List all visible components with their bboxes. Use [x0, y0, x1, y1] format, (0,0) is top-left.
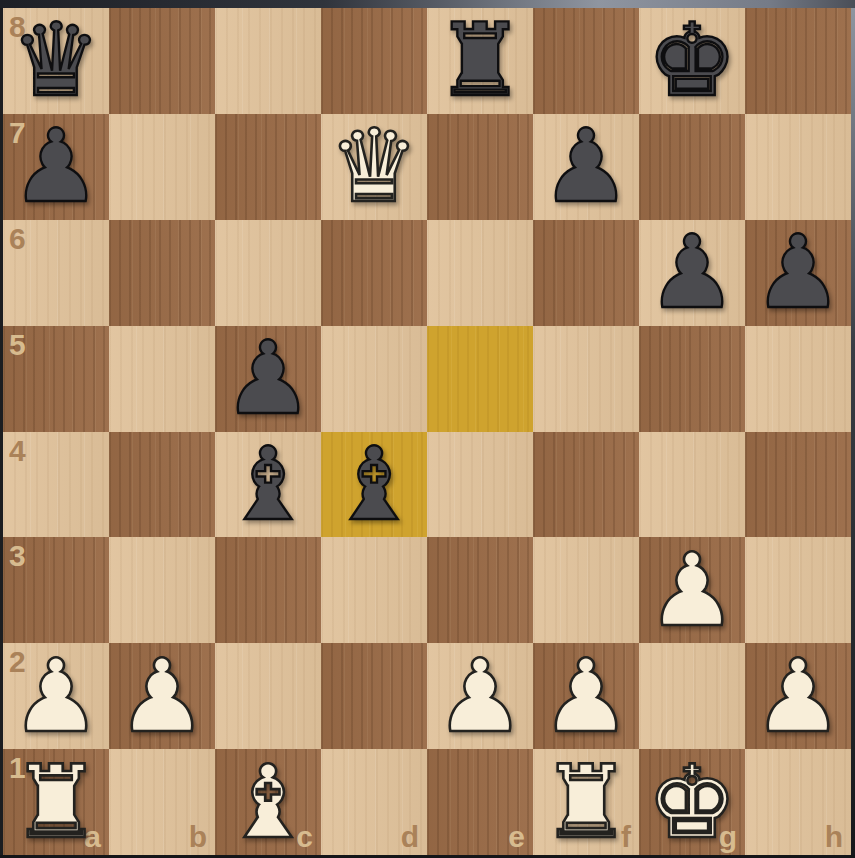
square-f1[interactable]: f♜	[533, 749, 639, 855]
square-e1[interactable]: e	[427, 749, 533, 855]
black-pawn-h6[interactable]: ♟	[745, 220, 851, 326]
square-c5[interactable]: ♟	[215, 326, 321, 432]
square-h4[interactable]	[745, 432, 851, 538]
square-a2[interactable]: 2♟	[3, 643, 109, 749]
square-c2[interactable]	[215, 643, 321, 749]
square-c7[interactable]	[215, 114, 321, 220]
square-h1[interactable]: h	[745, 749, 851, 855]
square-a7[interactable]: 7♟	[3, 114, 109, 220]
file-label-d: d	[401, 822, 419, 852]
square-g3[interactable]: ♟	[639, 537, 745, 643]
square-d3[interactable]	[321, 537, 427, 643]
black-king-g8[interactable]: ♚	[639, 8, 745, 114]
square-e5[interactable]	[427, 326, 533, 432]
square-d7[interactable]: ♛	[321, 114, 427, 220]
square-b2[interactable]: ♟	[109, 643, 215, 749]
white-pawn-b2[interactable]: ♟	[109, 643, 215, 749]
square-d5[interactable]	[321, 326, 427, 432]
file-label-b: b	[189, 822, 207, 852]
rank-label-4: 4	[9, 436, 26, 466]
black-bishop-d4[interactable]: ♝	[321, 432, 427, 538]
square-a3[interactable]: 3	[3, 537, 109, 643]
black-pawn-f7[interactable]: ♟	[533, 114, 639, 220]
square-e2[interactable]: ♟	[427, 643, 533, 749]
square-c8[interactable]	[215, 8, 321, 114]
square-e4[interactable]	[427, 432, 533, 538]
square-g1[interactable]: g♚	[639, 749, 745, 855]
square-h3[interactable]	[745, 537, 851, 643]
square-b1[interactable]: b	[109, 749, 215, 855]
square-d1[interactable]: d	[321, 749, 427, 855]
white-king-g1[interactable]: ♚	[639, 749, 745, 855]
black-pawn-g6[interactable]: ♟	[639, 220, 745, 326]
window-edge-right	[851, 8, 855, 855]
square-h7[interactable]	[745, 114, 851, 220]
white-pawn-g3[interactable]: ♟	[639, 537, 745, 643]
square-c3[interactable]	[215, 537, 321, 643]
square-h6[interactable]: ♟	[745, 220, 851, 326]
square-f6[interactable]	[533, 220, 639, 326]
square-a8[interactable]: 8♛	[3, 8, 109, 114]
square-d4[interactable]: ♝	[321, 432, 427, 538]
square-g6[interactable]: ♟	[639, 220, 745, 326]
square-d2[interactable]	[321, 643, 427, 749]
black-queen-a8[interactable]: ♛	[3, 8, 109, 114]
square-e3[interactable]	[427, 537, 533, 643]
square-a4[interactable]: 4	[3, 432, 109, 538]
square-b4[interactable]	[109, 432, 215, 538]
square-b5[interactable]	[109, 326, 215, 432]
square-b7[interactable]	[109, 114, 215, 220]
white-queen-d7[interactable]: ♛	[321, 114, 427, 220]
square-f3[interactable]	[533, 537, 639, 643]
white-rook-a1[interactable]: ♜	[3, 749, 109, 855]
chess-board: 8♛♜♚7♟♛♟6♟♟5♟4♝♝3♟2♟♟♟♟♟1a♜bc♝def♜g♚h	[3, 8, 851, 855]
square-b8[interactable]	[109, 8, 215, 114]
square-h2[interactable]: ♟	[745, 643, 851, 749]
square-f4[interactable]	[533, 432, 639, 538]
square-a5[interactable]: 5	[3, 326, 109, 432]
chess-app-window: 8♛♜♚7♟♛♟6♟♟5♟4♝♝3♟2♟♟♟♟♟1a♜bc♝def♜g♚h	[0, 0, 855, 858]
square-f7[interactable]: ♟	[533, 114, 639, 220]
rank-label-6: 6	[9, 224, 26, 254]
square-g8[interactable]: ♚	[639, 8, 745, 114]
square-g7[interactable]	[639, 114, 745, 220]
square-c6[interactable]	[215, 220, 321, 326]
square-a1[interactable]: 1a♜	[3, 749, 109, 855]
square-h5[interactable]	[745, 326, 851, 432]
square-c1[interactable]: c♝	[215, 749, 321, 855]
white-pawn-e2[interactable]: ♟	[427, 643, 533, 749]
rank-label-5: 5	[9, 330, 26, 360]
white-pawn-h2[interactable]: ♟	[745, 643, 851, 749]
white-rook-f1[interactable]: ♜	[533, 749, 639, 855]
square-d8[interactable]	[321, 8, 427, 114]
black-pawn-a7[interactable]: ♟	[3, 114, 109, 220]
square-b3[interactable]	[109, 537, 215, 643]
square-c4[interactable]: ♝	[215, 432, 321, 538]
square-g5[interactable]	[639, 326, 745, 432]
white-pawn-f2[interactable]: ♟	[533, 643, 639, 749]
black-pawn-c5[interactable]: ♟	[215, 326, 321, 432]
white-pawn-a2[interactable]: ♟	[3, 643, 109, 749]
square-e8[interactable]: ♜	[427, 8, 533, 114]
black-rook-e8[interactable]: ♜	[427, 8, 533, 114]
square-f8[interactable]	[533, 8, 639, 114]
rank-label-3: 3	[9, 541, 26, 571]
square-e7[interactable]	[427, 114, 533, 220]
square-g4[interactable]	[639, 432, 745, 538]
white-bishop-c1[interactable]: ♝	[215, 749, 321, 855]
square-h8[interactable]	[745, 8, 851, 114]
black-bishop-c4[interactable]: ♝	[215, 432, 321, 538]
square-g2[interactable]	[639, 643, 745, 749]
square-f5[interactable]	[533, 326, 639, 432]
window-edge-top	[0, 0, 855, 8]
square-f2[interactable]: ♟	[533, 643, 639, 749]
square-a6[interactable]: 6	[3, 220, 109, 326]
square-e6[interactable]	[427, 220, 533, 326]
square-d6[interactable]	[321, 220, 427, 326]
file-label-e: e	[508, 822, 525, 852]
file-label-h: h	[825, 822, 843, 852]
square-b6[interactable]	[109, 220, 215, 326]
